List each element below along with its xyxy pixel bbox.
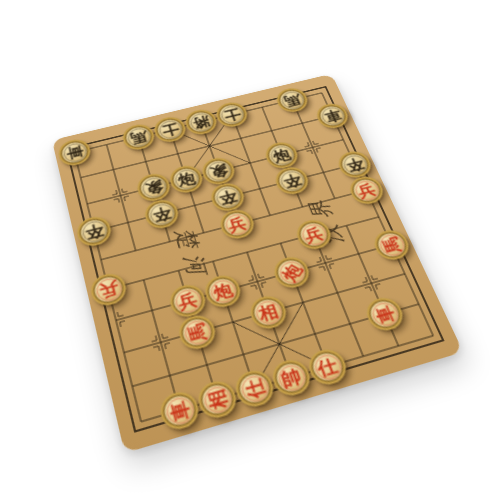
piece-character: 兵 <box>355 181 378 199</box>
board-perspective-wrap: 楚河 汉界 車馬士將士馬車象炮象炮卒卒卒卒卒兵兵兵兵兵炮炮馬馬相車車相仕帥仕 <box>52 74 463 453</box>
piece-character: 兵 <box>302 225 325 244</box>
piece-character: 馬 <box>380 235 404 255</box>
piece-character: 卒 <box>217 188 239 206</box>
piece-character: 炮 <box>271 147 292 164</box>
piece-character: 象 <box>143 178 164 196</box>
piece-character: 卒 <box>281 172 303 190</box>
piece-character: 卒 <box>83 222 104 241</box>
product-photo: 楚河 汉界 車馬士將士馬車象炮象炮卒卒卒卒卒兵兵兵兵兵炮炮馬馬相車車相仕帥仕 <box>0 0 500 500</box>
piece-character: 卒 <box>151 205 172 224</box>
board-grid-lines <box>52 74 463 453</box>
piece-character: 象 <box>208 162 229 180</box>
xiangqi-board: 楚河 汉界 車馬士將士馬車象炮象炮卒卒卒卒卒兵兵兵兵兵炮炮馬馬相車車相仕帥仕 <box>52 74 463 453</box>
piece-character: 士 <box>222 106 242 122</box>
piece-character: 馬 <box>128 129 148 146</box>
piece-character: 卒 <box>344 156 366 173</box>
piece-character: 車 <box>65 144 85 161</box>
piece-character: 車 <box>322 108 343 124</box>
piece-character: 兵 <box>226 215 248 234</box>
piece-character: 炮 <box>176 171 196 188</box>
piece-character: 馬 <box>282 92 303 108</box>
piece-character: 士 <box>160 121 180 138</box>
piece-character: 將 <box>191 114 211 130</box>
